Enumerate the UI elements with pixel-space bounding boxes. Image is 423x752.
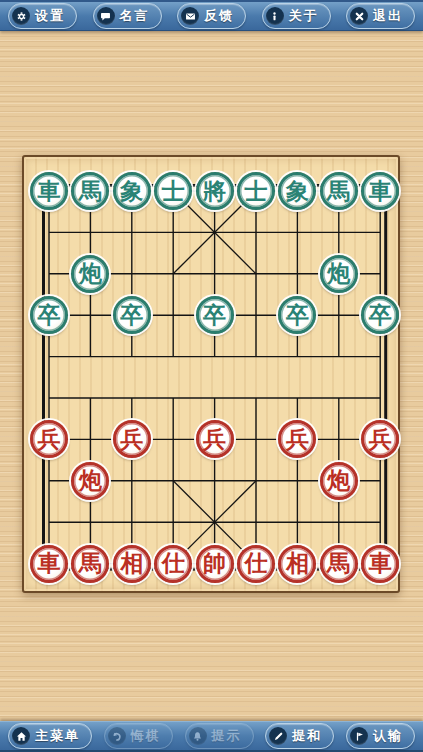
feedback-button[interactable]: 反馈 <box>177 3 246 29</box>
piece-仕-red[interactable]: 仕 <box>154 545 192 583</box>
offer-draw-label: 提和 <box>292 727 322 745</box>
piece-卒-black[interactable]: 卒 <box>30 296 68 334</box>
piece-士-black[interactable]: 士 <box>237 172 275 210</box>
xiangqi-board[interactable]: 車馬象士將士象馬車炮炮卒卒卒卒卒兵兵兵兵兵炮炮車馬相仕帥仕相馬車 <box>22 155 400 593</box>
undo-move-button: 悔棋 <box>104 723 173 749</box>
piece-帥-red[interactable]: 帥 <box>196 545 234 583</box>
piece-象-black[interactable]: 象 <box>113 172 151 210</box>
board-grid <box>24 157 402 595</box>
quotes-button[interactable]: 名言 <box>93 3 162 29</box>
piece-炮-red[interactable]: 炮 <box>320 462 358 500</box>
close-icon <box>350 7 368 25</box>
bottom-toolbar: 主菜单 悔棋 提示 提和 认输 <box>0 721 423 752</box>
piece-馬-red[interactable]: 馬 <box>71 545 109 583</box>
piece-兵-red[interactable]: 兵 <box>113 420 151 458</box>
piece-兵-red[interactable]: 兵 <box>196 420 234 458</box>
flag-icon <box>350 727 368 745</box>
exit-label: 退出 <box>373 7 403 25</box>
undo-icon <box>108 727 126 745</box>
hint-button: 提示 <box>185 723 254 749</box>
piece-士-black[interactable]: 士 <box>154 172 192 210</box>
piece-相-red[interactable]: 相 <box>278 545 316 583</box>
settings-button[interactable]: 设置 <box>8 3 77 29</box>
top-toolbar: 设置 名言 反馈 关于 退出 <box>0 0 423 31</box>
piece-車-red[interactable]: 車 <box>30 545 68 583</box>
pencil-icon <box>269 727 287 745</box>
xiangqi-app: { "game": "xiangqi", "app_title": "中国象棋"… <box>0 0 423 752</box>
piece-馬-red[interactable]: 馬 <box>320 545 358 583</box>
undo-move-label: 悔棋 <box>131 727 161 745</box>
piece-馬-black[interactable]: 馬 <box>320 172 358 210</box>
main-menu-button[interactable]: 主菜单 <box>8 723 92 749</box>
about-label: 关于 <box>289 7 319 25</box>
speech-bubble-icon <box>97 7 115 25</box>
feedback-label: 反馈 <box>204 7 234 25</box>
piece-卒-black[interactable]: 卒 <box>113 296 151 334</box>
envelope-icon <box>181 7 199 25</box>
settings-label: 设置 <box>35 7 65 25</box>
piece-炮-red[interactable]: 炮 <box>71 462 109 500</box>
exit-button[interactable]: 退出 <box>346 3 415 29</box>
piece-車-red[interactable]: 車 <box>361 545 399 583</box>
gear-icon <box>12 7 30 25</box>
hint-label: 提示 <box>212 727 242 745</box>
home-icon <box>12 727 30 745</box>
resign-label: 认输 <box>373 727 403 745</box>
piece-車-black[interactable]: 車 <box>361 172 399 210</box>
info-icon <box>266 7 284 25</box>
bell-icon <box>189 727 207 745</box>
piece-炮-black[interactable]: 炮 <box>71 255 109 293</box>
offer-draw-button[interactable]: 提和 <box>265 723 334 749</box>
piece-車-black[interactable]: 車 <box>30 172 68 210</box>
quotes-label: 名言 <box>120 7 150 25</box>
piece-相-red[interactable]: 相 <box>113 545 151 583</box>
about-button[interactable]: 关于 <box>262 3 331 29</box>
resign-button[interactable]: 认输 <box>346 723 415 749</box>
main-menu-label: 主菜单 <box>35 727 80 745</box>
piece-炮-black[interactable]: 炮 <box>320 255 358 293</box>
piece-將-black[interactable]: 將 <box>196 172 234 210</box>
piece-仕-red[interactable]: 仕 <box>237 545 275 583</box>
piece-卒-black[interactable]: 卒 <box>196 296 234 334</box>
